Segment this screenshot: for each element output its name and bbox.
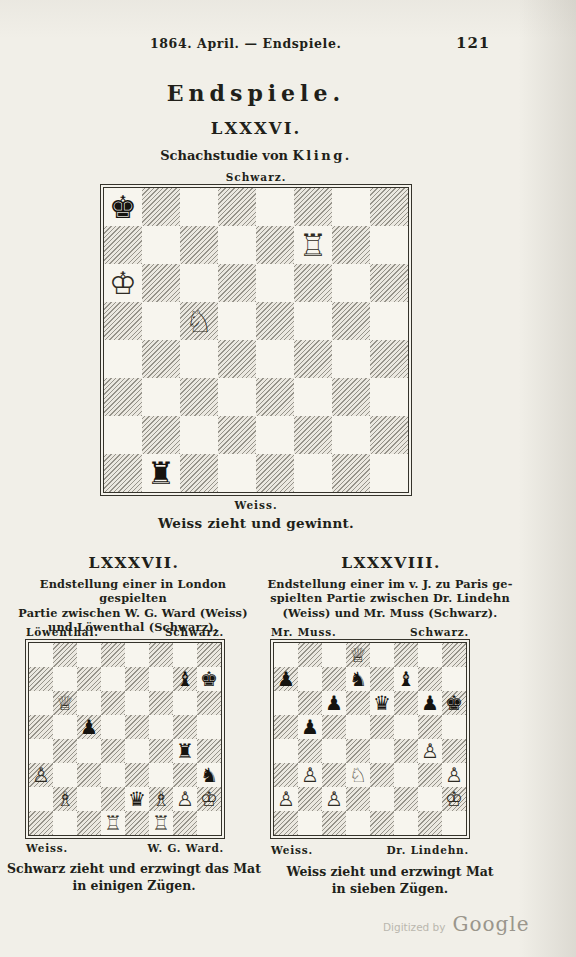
chessboard-lxxxviii: ♕♟♞♝♟♛♟♚♟♙♙♘♙♙♙♔: [270, 639, 470, 839]
black-pawn: ♟: [277, 667, 295, 691]
square: [332, 416, 370, 454]
square: [294, 454, 332, 492]
white-pawn: ♙: [445, 763, 463, 787]
square: [101, 739, 125, 763]
square: [298, 691, 322, 715]
square: [101, 787, 125, 811]
square: ♟: [274, 667, 298, 691]
black-pawn: ♟: [421, 691, 439, 715]
white-pawn: ♙: [176, 787, 194, 811]
problem-number-lxxxvi: LXXXVI.: [0, 119, 512, 138]
square: [218, 302, 256, 340]
square: ♘: [180, 302, 218, 340]
square: [298, 787, 322, 811]
square: [370, 188, 408, 226]
square: [370, 378, 408, 416]
white-rook: ♖: [152, 811, 170, 835]
square: [294, 264, 332, 302]
square: ♝: [394, 667, 418, 691]
square: ♙: [298, 763, 322, 787]
square: [180, 378, 218, 416]
square: ♖: [149, 811, 173, 835]
square: [29, 667, 53, 691]
square: [125, 763, 149, 787]
square: [332, 264, 370, 302]
black-king: ♚: [109, 188, 137, 226]
square: [322, 643, 346, 667]
square: [346, 715, 370, 739]
square: [149, 763, 173, 787]
square: [370, 667, 394, 691]
caption-line: Weiss zieht und erzwingt Mat: [262, 864, 518, 881]
square: [294, 188, 332, 226]
square: [346, 739, 370, 763]
square: [149, 667, 173, 691]
square: ♗: [53, 787, 77, 811]
problem-number-lxxxviii: LXXXVIII.: [260, 553, 522, 572]
square: ♜: [142, 454, 180, 492]
square: [332, 340, 370, 378]
square: [370, 787, 394, 811]
square: [370, 811, 394, 835]
square: [256, 454, 294, 492]
square: [256, 302, 294, 340]
square: ♛: [370, 691, 394, 715]
square: [394, 643, 418, 667]
square: [197, 739, 221, 763]
square: [180, 188, 218, 226]
square: [53, 811, 77, 835]
square: [142, 226, 180, 264]
square: [29, 715, 53, 739]
square: [104, 378, 142, 416]
black-knight: ♞: [200, 763, 218, 787]
board1-caption: Weiss zieht und gewinnt.: [0, 515, 512, 531]
square: [370, 643, 394, 667]
square: [394, 811, 418, 835]
square: ♟: [298, 715, 322, 739]
board1-bottom-label: Weiss.: [0, 499, 512, 511]
square: [180, 340, 218, 378]
square: [218, 454, 256, 492]
square: [332, 302, 370, 340]
white-knight: ♘: [185, 302, 213, 340]
square: [418, 715, 442, 739]
square: [274, 691, 298, 715]
square: [418, 811, 442, 835]
square: [149, 643, 173, 667]
square: ♟: [322, 691, 346, 715]
square: ♔: [197, 787, 221, 811]
square: [332, 226, 370, 264]
square: [274, 643, 298, 667]
square: ♙: [322, 787, 346, 811]
board2-bottomright-label: W. G. Ward.: [25, 842, 224, 854]
intro-line: (Weiss) und Mr. Muss (Schwarz).: [264, 606, 516, 620]
intro-line: Endstellung einer in London gespielten: [8, 577, 258, 606]
square: ♟: [418, 691, 442, 715]
square: [149, 715, 173, 739]
square: [180, 454, 218, 492]
square: [256, 188, 294, 226]
square: ♘: [346, 763, 370, 787]
square: [218, 378, 256, 416]
square: [370, 226, 408, 264]
intro-line: Endstellung einer im v. J. zu Paris ge-: [264, 577, 516, 591]
square: [442, 643, 466, 667]
white-queen: ♕: [56, 691, 74, 715]
scanned-journal-page: 1864. April. — Endspiele. 121 Endspiele.…: [0, 0, 576, 957]
square: [346, 691, 370, 715]
square: [125, 715, 149, 739]
subtitle-author: Kling.: [293, 148, 352, 163]
square: [322, 763, 346, 787]
square: ♔: [442, 787, 466, 811]
square: [104, 226, 142, 264]
square: ♙: [29, 763, 53, 787]
section-title: Endspiele.: [0, 80, 512, 106]
square: [104, 340, 142, 378]
white-pawn: ♙: [301, 763, 319, 787]
square: [274, 715, 298, 739]
square: [77, 643, 101, 667]
square: [29, 811, 53, 835]
problem-number-lxxxvii: LXXXVII.: [0, 553, 268, 572]
square: [77, 763, 101, 787]
square: ♛: [125, 787, 149, 811]
square: ♕: [346, 643, 370, 667]
square: [298, 739, 322, 763]
square: [346, 787, 370, 811]
caption-line: in sieben Zügen.: [262, 881, 518, 898]
square: [256, 264, 294, 302]
white-pawn: ♙: [32, 763, 50, 787]
square: [197, 691, 221, 715]
square: [173, 643, 197, 667]
square: [77, 667, 101, 691]
square: [370, 454, 408, 492]
square: [370, 715, 394, 739]
square: [332, 188, 370, 226]
square: ♙: [442, 763, 466, 787]
square: [180, 226, 218, 264]
square: [418, 763, 442, 787]
white-knight: ♘: [349, 763, 367, 787]
square: ♚: [197, 667, 221, 691]
square: ♙: [274, 787, 298, 811]
square: [394, 691, 418, 715]
square: [149, 739, 173, 763]
square: [101, 691, 125, 715]
white-rook: ♖: [299, 226, 327, 264]
black-knight: ♞: [349, 667, 367, 691]
digitized-watermark: Digitized by Google: [383, 912, 530, 936]
subtitle-prefix: Schachstudie von: [160, 148, 292, 163]
square: [394, 763, 418, 787]
square: [142, 378, 180, 416]
square: [125, 643, 149, 667]
square: [442, 715, 466, 739]
square: [294, 416, 332, 454]
square: [322, 811, 346, 835]
chessboard-lxxxvii: ♝♚♕♟♜♙♞♗♛♗♙♔♖♖: [25, 639, 225, 839]
square: [218, 264, 256, 302]
white-pawn: ♙: [277, 787, 295, 811]
square: [142, 416, 180, 454]
square: [125, 739, 149, 763]
square: [29, 739, 53, 763]
square: ♜: [173, 739, 197, 763]
square: [370, 739, 394, 763]
square: [180, 264, 218, 302]
square: [256, 378, 294, 416]
intro-line: Partie zwischen W. G. Ward (Weiss): [8, 606, 258, 620]
square: [142, 188, 180, 226]
square: [125, 811, 149, 835]
square: [394, 715, 418, 739]
board2-caption: Schwarz zieht und erzwingt das Mat in ei…: [0, 861, 268, 894]
square: [370, 264, 408, 302]
square: [173, 763, 197, 787]
black-king: ♚: [200, 667, 218, 691]
square: [370, 763, 394, 787]
square: [125, 691, 149, 715]
white-pawn: ♙: [421, 739, 439, 763]
caption-line: in einigen Zügen.: [0, 878, 268, 895]
square: [173, 811, 197, 835]
square: [197, 643, 221, 667]
black-bishop: ♝: [397, 667, 415, 691]
square: ♚: [442, 691, 466, 715]
square: [370, 416, 408, 454]
white-king: ♔: [109, 264, 137, 302]
black-pawn: ♟: [80, 715, 98, 739]
square: [29, 643, 53, 667]
square: [104, 302, 142, 340]
square: [29, 691, 53, 715]
square: [104, 454, 142, 492]
white-king: ♔: [445, 787, 463, 811]
black-queen: ♛: [373, 691, 391, 715]
white-bishop: ♗: [152, 787, 170, 811]
square: [173, 715, 197, 739]
black-pawn: ♟: [301, 715, 319, 739]
square: [294, 340, 332, 378]
chessboard-lxxxvi: ♚♖♔♘♜: [100, 184, 412, 496]
square: [53, 715, 77, 739]
board3-topright-label: Schwarz.: [270, 626, 469, 638]
square: [346, 811, 370, 835]
square: [173, 691, 197, 715]
black-pawn: ♟: [325, 691, 343, 715]
square: [322, 715, 346, 739]
square: [298, 667, 322, 691]
square: [322, 739, 346, 763]
square: [53, 667, 77, 691]
square: [142, 264, 180, 302]
black-rook: ♜: [176, 739, 194, 763]
square: [197, 811, 221, 835]
square: [294, 378, 332, 416]
square: [29, 787, 53, 811]
square: [104, 416, 142, 454]
square: [418, 643, 442, 667]
square: ♖: [294, 226, 332, 264]
square: [274, 739, 298, 763]
square: [442, 739, 466, 763]
square: [180, 416, 218, 454]
square: [298, 643, 322, 667]
square: ♕: [53, 691, 77, 715]
black-king: ♚: [445, 691, 463, 715]
square: [142, 340, 180, 378]
square: [53, 763, 77, 787]
board1-top-label: Schwarz.: [0, 171, 512, 183]
square: [370, 302, 408, 340]
square: [197, 715, 221, 739]
square: [322, 667, 346, 691]
square: [256, 226, 294, 264]
square: [125, 667, 149, 691]
page-number: 121: [456, 34, 490, 52]
white-king: ♔: [200, 787, 218, 811]
square: ♞: [197, 763, 221, 787]
square: [77, 739, 101, 763]
square: ♟: [77, 715, 101, 739]
board3-bottomright-label: Dr. Lindehn.: [270, 844, 469, 856]
square: [77, 691, 101, 715]
square: [101, 667, 125, 691]
black-queen: ♛: [128, 787, 146, 811]
board3-caption: Weiss zieht und erzwingt Mat in sieben Z…: [262, 864, 518, 897]
square: [332, 378, 370, 416]
square: [77, 811, 101, 835]
square: [298, 811, 322, 835]
square: [370, 340, 408, 378]
square: [332, 454, 370, 492]
square: [256, 416, 294, 454]
square: [53, 643, 77, 667]
square: ♝: [173, 667, 197, 691]
square: [442, 667, 466, 691]
caption-line: Schwarz zieht und erzwingt das Mat: [0, 861, 268, 878]
square: [101, 763, 125, 787]
square: ♗: [149, 787, 173, 811]
square: ♚: [104, 188, 142, 226]
square: [442, 811, 466, 835]
square: [274, 763, 298, 787]
square: [101, 715, 125, 739]
square: [149, 691, 173, 715]
square: [218, 340, 256, 378]
square: [294, 302, 332, 340]
white-rook: ♖: [104, 811, 122, 835]
black-bishop: ♝: [176, 667, 194, 691]
watermark-prefix: Digitized by: [383, 921, 445, 933]
problem-subtitle: Schachstudie von Kling.: [0, 148, 512, 163]
black-rook: ♜: [147, 454, 175, 492]
square: ♖: [101, 811, 125, 835]
board2-topright-label: Schwarz.: [25, 626, 224, 638]
square: [142, 302, 180, 340]
square: [77, 787, 101, 811]
square: [418, 667, 442, 691]
square: ♔: [104, 264, 142, 302]
square: ♙: [418, 739, 442, 763]
square: [394, 739, 418, 763]
square: [218, 416, 256, 454]
intro-lxxxviii: Endstellung einer im v. J. zu Paris ge- …: [264, 577, 516, 620]
square: ♞: [346, 667, 370, 691]
running-head: 1864. April. — Endspiele.: [150, 36, 341, 51]
square: [218, 188, 256, 226]
white-pawn: ♙: [325, 787, 343, 811]
square: [418, 787, 442, 811]
white-queen: ♕: [349, 643, 367, 667]
square: [256, 340, 294, 378]
square: [274, 811, 298, 835]
intro-line: spielten Partie zwischen Dr. Lindehn: [264, 591, 516, 605]
google-logo: Google: [452, 912, 529, 936]
square: [394, 787, 418, 811]
white-bishop: ♗: [56, 787, 74, 811]
square: [101, 643, 125, 667]
square: [53, 739, 77, 763]
square: [218, 226, 256, 264]
square: ♙: [173, 787, 197, 811]
